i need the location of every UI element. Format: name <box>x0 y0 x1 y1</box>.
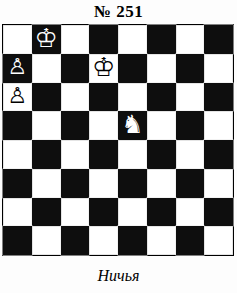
diagram-number: № 251 <box>0 0 237 24</box>
square-e6 <box>118 83 147 112</box>
square-b1 <box>32 226 61 255</box>
square-h2 <box>204 198 233 227</box>
square-h5 <box>204 111 233 140</box>
square-c7 <box>61 54 90 83</box>
square-d3 <box>89 169 118 198</box>
square-a7: ♙ <box>3 54 32 83</box>
square-h8 <box>204 25 233 54</box>
square-f5 <box>147 111 176 140</box>
square-e2 <box>118 198 147 227</box>
square-a6: ♙ <box>3 83 32 112</box>
square-e8 <box>118 25 147 54</box>
square-d4 <box>89 140 118 169</box>
square-c8 <box>61 25 90 54</box>
square-b4 <box>32 140 61 169</box>
diagram-page: № 251 ♔♙♔♙♞ Ничья <box>0 0 237 293</box>
square-c4 <box>61 140 90 169</box>
square-a1 <box>3 226 32 255</box>
square-a8 <box>3 25 32 54</box>
square-f7 <box>147 54 176 83</box>
square-d6 <box>89 83 118 112</box>
result-caption: Ничья <box>0 267 237 285</box>
black-king: ♔ <box>34 25 57 51</box>
square-d5 <box>89 111 118 140</box>
square-e5: ♞ <box>118 111 147 140</box>
square-g7 <box>176 54 205 83</box>
square-b6 <box>32 83 61 112</box>
square-f6 <box>147 83 176 112</box>
square-d1 <box>89 226 118 255</box>
square-b8: ♔ <box>32 25 61 54</box>
square-h6 <box>204 83 233 112</box>
square-g3 <box>176 169 205 198</box>
square-e7 <box>118 54 147 83</box>
white-pawn: ♙ <box>8 85 28 107</box>
square-c3 <box>61 169 90 198</box>
square-b5 <box>32 111 61 140</box>
square-b3 <box>32 169 61 198</box>
square-a3 <box>3 169 32 198</box>
square-a5 <box>3 111 32 140</box>
square-c5 <box>61 111 90 140</box>
square-d2 <box>89 198 118 227</box>
square-f3 <box>147 169 176 198</box>
square-h4 <box>204 140 233 169</box>
square-e3 <box>118 169 147 198</box>
black-pawn: ♙ <box>8 56 28 78</box>
square-g4 <box>176 140 205 169</box>
square-f8 <box>147 25 176 54</box>
square-g2 <box>176 198 205 227</box>
white-king: ♔ <box>92 54 115 80</box>
square-c2 <box>61 198 90 227</box>
square-a2 <box>3 198 32 227</box>
square-g1 <box>176 226 205 255</box>
square-f2 <box>147 198 176 227</box>
square-g6 <box>176 83 205 112</box>
square-h7 <box>204 54 233 83</box>
square-c1 <box>61 226 90 255</box>
chess-board: ♔♙♔♙♞ <box>2 24 234 256</box>
square-e4 <box>118 140 147 169</box>
white-knight: ♞ <box>121 112 143 137</box>
square-b2 <box>32 198 61 227</box>
square-g5 <box>176 111 205 140</box>
square-f1 <box>147 226 176 255</box>
square-b7 <box>32 54 61 83</box>
square-d8 <box>89 25 118 54</box>
square-g8 <box>176 25 205 54</box>
square-h3 <box>204 169 233 198</box>
square-h1 <box>204 226 233 255</box>
square-d7: ♔ <box>89 54 118 83</box>
square-e1 <box>118 226 147 255</box>
square-c6 <box>61 83 90 112</box>
square-a4 <box>3 140 32 169</box>
square-f4 <box>147 140 176 169</box>
